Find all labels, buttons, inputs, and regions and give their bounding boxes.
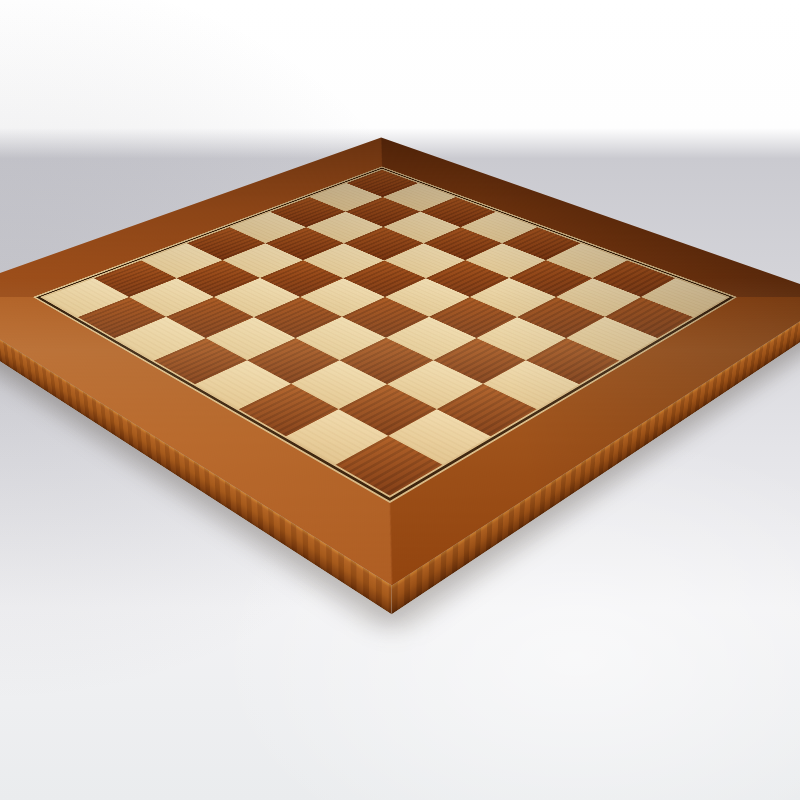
square-r7c4-light — [195, 360, 291, 409]
square-r3c7-dark — [526, 338, 619, 384]
square-r5c4-light — [296, 317, 386, 360]
chess-board — [0, 137, 800, 585]
square-r5c7-dark — [437, 384, 536, 436]
square-r4c7-light — [483, 360, 579, 409]
square-r6c6-dark — [338, 384, 437, 436]
square-r4c4-dark — [342, 297, 430, 338]
scene-stage — [0, 0, 800, 800]
square-r7c5-dark — [239, 384, 338, 436]
square-r3c6-light — [476, 317, 566, 360]
square-r6c2-dark — [166, 297, 254, 338]
square-r7c1-dark — [78, 297, 166, 338]
square-r4c5-light — [386, 317, 476, 360]
square-r5c3-dark — [254, 297, 342, 338]
product-photo: { "game": { "name": "Chess", "descriptio… — [0, 0, 800, 800]
square-r6c4-dark — [247, 338, 340, 384]
board-top-face — [0, 137, 800, 585]
square-r5c5-dark — [340, 338, 433, 384]
square-r3c5-dark — [429, 297, 517, 338]
square-r7c6-light — [286, 409, 388, 464]
square-r2c7-light — [567, 317, 657, 360]
square-r6c7-light — [388, 409, 490, 464]
square-r7c7-dark — [336, 436, 441, 495]
square-r6c3-light — [205, 317, 295, 360]
square-r1c7-dark — [605, 297, 693, 338]
square-r7c2-light — [115, 317, 205, 360]
square-r2c6-dark — [517, 297, 605, 338]
square-r5c6-light — [387, 360, 483, 409]
square-r7c3-dark — [154, 338, 247, 384]
square-r6c5-light — [291, 360, 387, 409]
square-r4c6-dark — [433, 338, 526, 384]
